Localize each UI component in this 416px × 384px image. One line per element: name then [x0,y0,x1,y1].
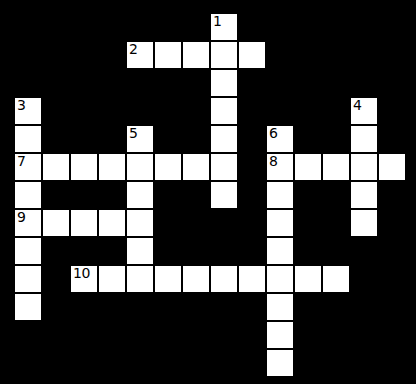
clue-number-4: 4 [353,97,361,113]
cell-r4-c9[interactable]: 6 [266,125,294,153]
cell-r10-c0[interactable] [14,293,42,321]
cell-r4-c0[interactable] [14,125,42,153]
cell-r5-c0[interactable]: 7 [14,153,42,181]
cell-r12-c9[interactable] [266,349,294,377]
cell-r6-c0[interactable] [14,181,42,209]
cell-r3-c0[interactable]: 3 [14,97,42,125]
cell-r9-c6[interactable] [182,265,210,293]
clue-number-3: 3 [17,97,25,113]
cell-r3-c12[interactable]: 4 [350,97,378,125]
cell-r6-c7[interactable] [210,181,238,209]
cell-r8-c4[interactable] [126,237,154,265]
cell-r7-c0[interactable]: 9 [14,209,42,237]
cell-r5-c5[interactable] [154,153,182,181]
cell-r4-c4[interactable]: 5 [126,125,154,153]
clue-number-10: 10 [73,265,90,281]
cell-r3-c7[interactable] [210,97,238,125]
cell-r0-c7[interactable]: 1 [210,13,238,41]
cell-r6-c9[interactable] [266,181,294,209]
cell-r9-c4[interactable] [126,265,154,293]
cell-r5-c11[interactable] [322,153,350,181]
cell-r9-c11[interactable] [322,265,350,293]
cell-r10-c9[interactable] [266,293,294,321]
cell-r8-c0[interactable] [14,237,42,265]
cell-r9-c7[interactable] [210,265,238,293]
cell-r9-c8[interactable] [238,265,266,293]
cell-r7-c3[interactable] [98,209,126,237]
crossword-grid: 12345678910 [14,13,406,377]
cell-r5-c9[interactable]: 8 [266,153,294,181]
cell-r1-c6[interactable] [182,41,210,69]
clue-number-1: 1 [213,13,221,29]
cell-r5-c3[interactable] [98,153,126,181]
cell-r1-c4[interactable]: 2 [126,41,154,69]
cell-r4-c12[interactable] [350,125,378,153]
cell-r9-c10[interactable] [294,265,322,293]
cell-r5-c12[interactable] [350,153,378,181]
cell-r9-c5[interactable] [154,265,182,293]
cell-r9-c0[interactable] [14,265,42,293]
cell-r9-c2[interactable]: 10 [70,265,98,293]
cell-r6-c12[interactable] [350,181,378,209]
cell-r9-c3[interactable] [98,265,126,293]
cell-r5-c7[interactable] [210,153,238,181]
cell-r7-c1[interactable] [42,209,70,237]
cell-r1-c8[interactable] [238,41,266,69]
cell-r5-c6[interactable] [182,153,210,181]
cell-r5-c1[interactable] [42,153,70,181]
cell-r8-c9[interactable] [266,237,294,265]
cell-r1-c7[interactable] [210,41,238,69]
cell-r9-c9[interactable] [266,265,294,293]
cell-r1-c5[interactable] [154,41,182,69]
cell-r7-c12[interactable] [350,209,378,237]
clue-number-2: 2 [129,41,137,57]
cell-r7-c9[interactable] [266,209,294,237]
cell-r5-c4[interactable] [126,153,154,181]
cell-r6-c4[interactable] [126,181,154,209]
cell-r5-c13[interactable] [378,153,406,181]
cell-r4-c7[interactable] [210,125,238,153]
clue-number-5: 5 [129,125,137,141]
clue-number-6: 6 [269,125,277,141]
cell-r7-c4[interactable] [126,209,154,237]
cell-r7-c2[interactable] [70,209,98,237]
clue-number-8: 8 [269,153,277,169]
clue-number-9: 9 [17,209,25,225]
clue-number-7: 7 [17,153,25,169]
cell-r5-c10[interactable] [294,153,322,181]
cell-r11-c9[interactable] [266,321,294,349]
cell-r5-c2[interactable] [70,153,98,181]
cell-r2-c7[interactable] [210,69,238,97]
